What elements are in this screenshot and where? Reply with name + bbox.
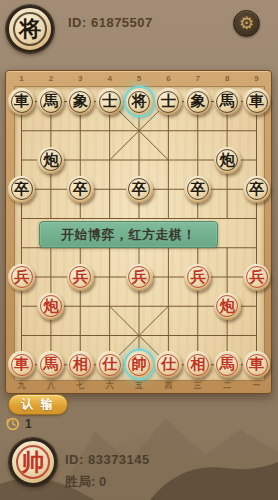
piece-red-soldier[interactable]: 兵 <box>67 264 94 291</box>
piece-black-chariot[interactable]: 車 <box>243 88 270 115</box>
piece-black-soldier[interactable]: 卒 <box>67 176 94 203</box>
red-player-id: ID: 83373145 <box>65 452 150 467</box>
red-general-avatar-glyph: 帅 <box>12 441 54 483</box>
piece-black-horse[interactable]: 馬 <box>214 88 241 115</box>
piece-red-elephant[interactable]: 相 <box>184 351 211 378</box>
piece-glyph: 車 <box>8 351 35 378</box>
piece-glyph: 兵 <box>184 264 211 291</box>
black-general-avatar-glyph: 将 <box>9 8 51 50</box>
piece-red-advisor[interactable]: 仕 <box>96 351 123 378</box>
piece-glyph: 車 <box>243 88 270 115</box>
piece-glyph: 兵 <box>126 264 153 291</box>
piece-glyph: 炮 <box>37 293 64 320</box>
piece-glyph: 炮 <box>214 147 241 174</box>
undo-count: 1 <box>25 417 32 431</box>
piece-black-soldier[interactable]: 卒 <box>184 176 211 203</box>
piece-red-advisor[interactable]: 仕 <box>155 351 182 378</box>
piece-glyph: 士 <box>155 88 182 115</box>
piece-black-chariot[interactable]: 車 <box>8 88 35 115</box>
piece-red-chariot[interactable]: 車 <box>243 351 270 378</box>
piece-glyph: 兵 <box>243 264 270 291</box>
piece-glyph: 車 <box>243 351 270 378</box>
piece-glyph: 士 <box>96 88 123 115</box>
piece-glyph: 炮 <box>37 147 64 174</box>
piece-red-horse[interactable]: 馬 <box>214 351 241 378</box>
turn-banner-text: 开始博弈，红方走棋！ <box>61 226 196 244</box>
piece-black-cannon[interactable]: 炮 <box>214 147 241 174</box>
piece-glyph: 仕 <box>96 351 123 378</box>
piece-glyph: 兵 <box>67 264 94 291</box>
piece-black-soldier[interactable]: 卒 <box>243 176 270 203</box>
piece-glyph: 卒 <box>8 176 35 203</box>
piece-glyph: 相 <box>184 351 211 378</box>
piece-black-advisor[interactable]: 士 <box>96 88 123 115</box>
piece-red-soldier[interactable]: 兵 <box>126 264 153 291</box>
piece-glyph: 卒 <box>126 176 153 203</box>
black-player-avatar: 将 <box>6 5 54 53</box>
piece-red-elephant[interactable]: 相 <box>67 351 94 378</box>
piece-glyph: 卒 <box>243 176 270 203</box>
piece-glyph: 馬 <box>37 351 64 378</box>
black-player-id: ID: 61875507 <box>68 15 153 30</box>
piece-red-soldier[interactable]: 兵 <box>184 264 211 291</box>
piece-glyph: 仕 <box>155 351 182 378</box>
piece-black-advisor[interactable]: 士 <box>155 88 182 115</box>
piece-black-elephant[interactable]: 象 <box>184 88 211 115</box>
piece-red-cannon[interactable]: 炮 <box>214 293 241 320</box>
piece-red-soldier[interactable]: 兵 <box>8 264 35 291</box>
settings-button[interactable]: ⚙ <box>233 10 260 37</box>
piece-glyph: 象 <box>67 88 94 115</box>
piece-glyph: 将 <box>126 88 153 115</box>
piece-glyph: 兵 <box>8 264 35 291</box>
turn-banner: 开始博弈，红方走棋！ <box>39 221 218 248</box>
piece-red-soldier[interactable]: 兵 <box>243 264 270 291</box>
piece-black-cannon[interactable]: 炮 <box>37 147 64 174</box>
piece-red-horse[interactable]: 馬 <box>37 351 64 378</box>
piece-glyph: 相 <box>67 351 94 378</box>
piece-black-soldier[interactable]: 卒 <box>126 176 153 203</box>
piece-glyph: 馬 <box>214 351 241 378</box>
resign-button[interactable]: 认 输 <box>8 394 68 415</box>
piece-glyph: 象 <box>184 88 211 115</box>
history-clock-icon[interactable] <box>5 416 20 431</box>
wins-count: 胜局: 0 <box>65 473 106 491</box>
undo-row: 1 <box>5 416 32 431</box>
piece-glyph: 卒 <box>67 176 94 203</box>
piece-black-horse[interactable]: 馬 <box>37 88 64 115</box>
piece-black-soldier[interactable]: 卒 <box>8 176 35 203</box>
gear-icon: ⚙ <box>239 14 254 33</box>
piece-black-general[interactable]: 将 <box>126 88 153 115</box>
piece-glyph: 車 <box>8 88 35 115</box>
piece-red-chariot[interactable]: 車 <box>8 351 35 378</box>
piece-glyph: 馬 <box>37 88 64 115</box>
piece-glyph: 馬 <box>214 88 241 115</box>
red-player-avatar: 帅 <box>9 438 57 486</box>
piece-glyph: 帥 <box>126 351 153 378</box>
piece-red-cannon[interactable]: 炮 <box>37 293 64 320</box>
piece-red-general[interactable]: 帥 <box>126 351 153 378</box>
piece-glyph: 卒 <box>184 176 211 203</box>
xiangqi-app: 将 ID: 61875507 ⚙ 123456789 九八七六五四三二一 車馬象… <box>0 0 278 500</box>
piece-black-elephant[interactable]: 象 <box>67 88 94 115</box>
piece-glyph: 炮 <box>214 293 241 320</box>
